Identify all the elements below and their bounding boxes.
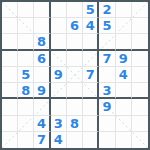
cell-r1c4[interactable] — [51, 2, 67, 18]
cell-r9c8[interactable] — [116, 132, 132, 148]
cell-r6c7[interactable]: 3 — [99, 83, 115, 99]
cell-r3c9[interactable] — [132, 34, 148, 50]
cell-r9c5[interactable] — [67, 132, 83, 148]
cell-value: 7 — [86, 68, 95, 81]
cell-value: 4 — [119, 68, 128, 81]
cell-value: 9 — [37, 84, 46, 97]
cell-r3c6[interactable] — [83, 34, 99, 50]
cell-r1c1[interactable] — [2, 2, 18, 18]
cell-r6c6[interactable] — [83, 83, 99, 99]
cell-r9c1[interactable] — [2, 132, 18, 148]
cell-value: 5 — [86, 3, 95, 16]
cell-r5c1[interactable] — [2, 67, 18, 83]
cell-r2c8[interactable] — [116, 18, 132, 34]
cell-r6c3[interactable]: 9 — [34, 83, 50, 99]
cell-r4c2[interactable] — [18, 51, 34, 67]
cell-r8c9[interactable] — [132, 116, 148, 132]
cell-value: 4 — [54, 133, 63, 146]
cell-value: 9 — [102, 100, 111, 113]
cell-r9c2[interactable] — [18, 132, 34, 148]
cell-r9c4[interactable]: 4 — [51, 132, 67, 148]
cell-r5c2[interactable]: 5 — [18, 67, 34, 83]
cell-r3c3[interactable]: 8 — [34, 34, 50, 50]
cell-value: 7 — [102, 52, 111, 65]
cell-r4c8[interactable]: 9 — [116, 51, 132, 67]
cell-r8c2[interactable] — [18, 116, 34, 132]
cell-r1c6[interactable]: 5 — [83, 2, 99, 18]
cell-r4c5[interactable] — [67, 51, 83, 67]
cell-r2c7[interactable]: 5 — [99, 18, 115, 34]
cell-value: 3 — [102, 84, 111, 97]
cell-r4c1[interactable] — [2, 51, 18, 67]
cell-r6c5[interactable] — [67, 83, 83, 99]
cell-value: 4 — [86, 19, 95, 32]
sudoku-grid: 5264586795974893943874 — [2, 2, 148, 148]
cell-r6c8[interactable] — [116, 83, 132, 99]
cell-r6c9[interactable] — [132, 83, 148, 99]
cell-r2c1[interactable] — [2, 18, 18, 34]
cell-r1c2[interactable] — [18, 2, 34, 18]
cell-r5c5[interactable] — [67, 67, 83, 83]
cell-r8c6[interactable] — [83, 116, 99, 132]
cell-value: 9 — [119, 52, 128, 65]
cell-r6c1[interactable] — [2, 83, 18, 99]
cell-value: 5 — [102, 19, 111, 32]
cell-r9c7[interactable] — [99, 132, 115, 148]
cell-r2c4[interactable] — [51, 18, 67, 34]
cell-r8c5[interactable]: 8 — [67, 116, 83, 132]
cell-r8c3[interactable]: 4 — [34, 116, 50, 132]
cell-r6c2[interactable]: 8 — [18, 83, 34, 99]
cell-r8c1[interactable] — [2, 116, 18, 132]
cell-r1c7[interactable]: 2 — [99, 2, 115, 18]
cell-r3c4[interactable] — [51, 34, 67, 50]
cell-value: 3 — [54, 117, 63, 130]
cell-r2c2[interactable] — [18, 18, 34, 34]
cell-value: 6 — [70, 19, 79, 32]
cell-r4c4[interactable] — [51, 51, 67, 67]
cell-r9c9[interactable] — [132, 132, 148, 148]
cell-r7c6[interactable] — [83, 99, 99, 115]
cell-r9c6[interactable] — [83, 132, 99, 148]
cell-r4c3[interactable]: 6 — [34, 51, 50, 67]
cell-r7c1[interactable] — [2, 99, 18, 115]
cell-r4c6[interactable] — [83, 51, 99, 67]
cell-r7c4[interactable] — [51, 99, 67, 115]
cell-value: 7 — [37, 133, 46, 146]
cell-value: 2 — [102, 3, 111, 16]
cell-r9c3[interactable]: 7 — [34, 132, 50, 148]
cell-r4c7[interactable]: 7 — [99, 51, 115, 67]
cell-r5c9[interactable] — [132, 67, 148, 83]
cell-r5c4[interactable]: 9 — [51, 67, 67, 83]
cell-r5c6[interactable]: 7 — [83, 67, 99, 83]
cell-value: 8 — [21, 84, 30, 97]
cell-r3c1[interactable] — [2, 34, 18, 50]
cell-value: 9 — [54, 68, 63, 81]
cell-r1c8[interactable] — [116, 2, 132, 18]
cell-r3c5[interactable] — [67, 34, 83, 50]
cell-value: 8 — [70, 117, 79, 130]
cell-r3c7[interactable] — [99, 34, 115, 50]
cell-r8c7[interactable] — [99, 116, 115, 132]
cell-r5c8[interactable]: 4 — [116, 67, 132, 83]
cell-r5c7[interactable] — [99, 67, 115, 83]
cell-value: 6 — [37, 52, 46, 65]
cell-r7c9[interactable] — [132, 99, 148, 115]
cell-r3c2[interactable] — [18, 34, 34, 50]
cell-r3c8[interactable] — [116, 34, 132, 50]
cell-value: 5 — [21, 68, 30, 81]
sudoku-board: 5264586795974893943874 — [0, 0, 150, 150]
cell-r1c9[interactable] — [132, 2, 148, 18]
cell-r7c7[interactable]: 9 — [99, 99, 115, 115]
cell-r4c9[interactable] — [132, 51, 148, 67]
cell-value: 8 — [37, 35, 46, 48]
cell-r1c5[interactable] — [67, 2, 83, 18]
cell-r2c5[interactable]: 6 — [67, 18, 83, 34]
cell-r7c3[interactable] — [34, 99, 50, 115]
cell-r2c9[interactable] — [132, 18, 148, 34]
cell-r2c6[interactable]: 4 — [83, 18, 99, 34]
cell-r8c4[interactable]: 3 — [51, 116, 67, 132]
cell-r8c8[interactable] — [116, 116, 132, 132]
cell-r1c3[interactable] — [34, 2, 50, 18]
cell-r7c8[interactable] — [116, 99, 132, 115]
cell-r6c4[interactable] — [51, 83, 67, 99]
cell-r7c5[interactable] — [67, 99, 83, 115]
cell-r5c3[interactable] — [34, 67, 50, 83]
cell-r7c2[interactable] — [18, 99, 34, 115]
cell-r2c3[interactable] — [34, 18, 50, 34]
cell-value: 4 — [37, 117, 46, 130]
